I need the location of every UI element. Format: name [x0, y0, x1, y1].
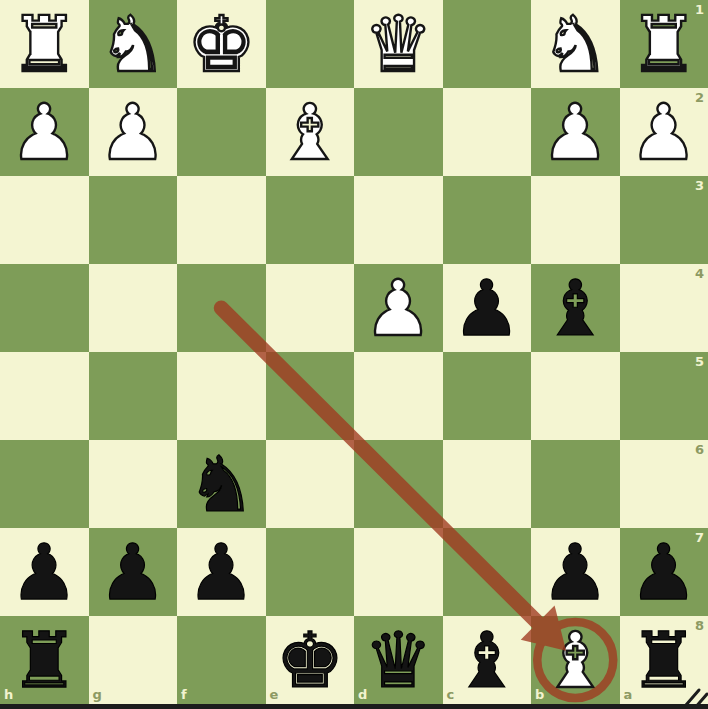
square-a4[interactable]: 4	[620, 264, 708, 352]
black-pawn[interactable]: ♟	[541, 534, 610, 611]
square-g7[interactable]: ♟	[89, 528, 178, 616]
white-knight[interactable]: ♞	[98, 6, 167, 83]
square-f7[interactable]: ♟	[177, 528, 266, 616]
square-e2[interactable]: ♝	[266, 88, 355, 176]
square-h6[interactable]	[0, 440, 89, 528]
square-d4[interactable]: ♟	[354, 264, 443, 352]
black-king[interactable]: ♚	[275, 622, 344, 699]
square-c4[interactable]: ♟	[443, 264, 532, 352]
square-c2[interactable]	[443, 88, 532, 176]
square-h2[interactable]: ♟	[0, 88, 89, 176]
board-bottom-edge	[0, 704, 708, 709]
white-rook[interactable]: ♜	[629, 6, 698, 83]
square-e7[interactable]	[266, 528, 355, 616]
square-d7[interactable]	[354, 528, 443, 616]
square-f4[interactable]	[177, 264, 266, 352]
square-c7[interactable]	[443, 528, 532, 616]
white-king[interactable]: ♚	[187, 6, 256, 83]
black-pawn[interactable]: ♟	[187, 534, 256, 611]
chess-board[interactable]: ♜♞♚♛♞♜1♟♟♝♟♟23♟♟♝45♞6♟♟♟♟♟7♜hgf♚e♛d♝c♝b♜…	[0, 0, 708, 704]
square-a3[interactable]: 3	[620, 176, 708, 264]
square-h7[interactable]: ♟	[0, 528, 89, 616]
square-g8[interactable]: g	[89, 616, 178, 704]
square-c5[interactable]	[443, 352, 532, 440]
square-e6[interactable]	[266, 440, 355, 528]
square-f2[interactable]	[177, 88, 266, 176]
black-rook[interactable]: ♜	[10, 622, 79, 699]
white-pawn[interactable]: ♟	[10, 94, 79, 171]
square-a8[interactable]: ♜8a	[620, 616, 708, 704]
square-a6[interactable]: 6	[620, 440, 708, 528]
file-label-g: g	[93, 688, 102, 701]
square-d8[interactable]: ♛d	[354, 616, 443, 704]
square-e5[interactable]	[266, 352, 355, 440]
square-f6[interactable]: ♞	[177, 440, 266, 528]
rank-label-5: 5	[695, 355, 704, 368]
square-e8[interactable]: ♚e	[266, 616, 355, 704]
rank-label-3: 3	[695, 179, 704, 192]
square-b7[interactable]: ♟	[531, 528, 620, 616]
square-d5[interactable]	[354, 352, 443, 440]
white-bishop[interactable]: ♝	[275, 94, 344, 171]
chess-app: ♜♞♚♛♞♜1♟♟♝♟♟23♟♟♝45♞6♟♟♟♟♟7♜hgf♚e♛d♝c♝b♜…	[0, 0, 708, 709]
black-bishop[interactable]: ♝	[452, 622, 521, 699]
black-pawn[interactable]: ♟	[98, 534, 167, 611]
square-a1[interactable]: ♜1	[620, 0, 708, 88]
square-f8[interactable]: f	[177, 616, 266, 704]
square-b6[interactable]	[531, 440, 620, 528]
square-h4[interactable]	[0, 264, 89, 352]
square-c3[interactable]	[443, 176, 532, 264]
square-c8[interactable]: ♝c	[443, 616, 532, 704]
square-f1[interactable]: ♚	[177, 0, 266, 88]
square-b5[interactable]	[531, 352, 620, 440]
square-c6[interactable]	[443, 440, 532, 528]
square-d1[interactable]: ♛	[354, 0, 443, 88]
white-pawn[interactable]: ♟	[629, 94, 698, 171]
square-h5[interactable]	[0, 352, 89, 440]
square-g3[interactable]	[89, 176, 178, 264]
square-g5[interactable]	[89, 352, 178, 440]
black-pawn[interactable]: ♟	[10, 534, 79, 611]
white-pawn[interactable]: ♟	[364, 270, 433, 347]
square-d3[interactable]	[354, 176, 443, 264]
rank-label-6: 6	[695, 443, 704, 456]
square-a2[interactable]: ♟2	[620, 88, 708, 176]
file-label-f: f	[181, 688, 187, 701]
square-e3[interactable]	[266, 176, 355, 264]
square-g4[interactable]	[89, 264, 178, 352]
square-f5[interactable]	[177, 352, 266, 440]
white-knight[interactable]: ♞	[541, 6, 610, 83]
square-b8[interactable]: ♝b	[531, 616, 620, 704]
black-rook[interactable]: ♜	[629, 622, 698, 699]
square-b1[interactable]: ♞	[531, 0, 620, 88]
white-rook[interactable]: ♜	[10, 6, 79, 83]
square-h1[interactable]: ♜	[0, 0, 89, 88]
rank-label-4: 4	[695, 267, 704, 280]
white-pawn[interactable]: ♟	[541, 94, 610, 171]
white-bishop[interactable]: ♝	[541, 622, 610, 699]
square-a5[interactable]: 5	[620, 352, 708, 440]
square-d6[interactable]	[354, 440, 443, 528]
square-b4[interactable]: ♝	[531, 264, 620, 352]
square-e1[interactable]	[266, 0, 355, 88]
square-f3[interactable]	[177, 176, 266, 264]
square-b2[interactable]: ♟	[531, 88, 620, 176]
square-g2[interactable]: ♟	[89, 88, 178, 176]
square-h8[interactable]: ♜h	[0, 616, 89, 704]
square-a7[interactable]: ♟7	[620, 528, 708, 616]
black-knight[interactable]: ♞	[187, 446, 256, 523]
black-bishop[interactable]: ♝	[541, 270, 610, 347]
white-pawn[interactable]: ♟	[98, 94, 167, 171]
square-e4[interactable]	[266, 264, 355, 352]
black-pawn[interactable]: ♟	[629, 534, 698, 611]
square-c1[interactable]	[443, 0, 532, 88]
square-h3[interactable]	[0, 176, 89, 264]
square-b3[interactable]	[531, 176, 620, 264]
square-g1[interactable]: ♞	[89, 0, 178, 88]
white-queen[interactable]: ♛	[364, 6, 433, 83]
square-g6[interactable]	[89, 440, 178, 528]
black-queen[interactable]: ♛	[364, 622, 433, 699]
black-pawn[interactable]: ♟	[452, 270, 521, 347]
square-d2[interactable]	[354, 88, 443, 176]
